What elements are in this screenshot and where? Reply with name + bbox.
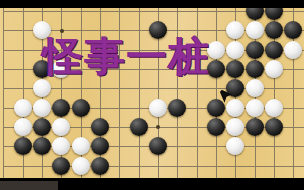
top-letterbox-bar	[0, 0, 304, 8]
grid-line-vertical	[216, 8, 217, 178]
black-stone[interactable]	[33, 137, 51, 155]
black-stone[interactable]	[207, 118, 225, 136]
white-stone[interactable]	[33, 99, 51, 117]
white-stone[interactable]	[246, 99, 264, 117]
white-stone[interactable]	[284, 41, 302, 59]
white-stone[interactable]	[14, 118, 32, 136]
black-stone[interactable]	[52, 99, 70, 117]
black-stone[interactable]	[52, 157, 70, 175]
white-stone[interactable]	[52, 137, 70, 155]
black-stone[interactable]	[226, 60, 244, 78]
black-stone[interactable]	[33, 118, 51, 136]
white-stone[interactable]	[226, 137, 244, 155]
black-stone[interactable]	[91, 157, 109, 175]
black-stone[interactable]	[149, 137, 167, 155]
bottom-letterbox-bar	[0, 178, 304, 190]
black-stone[interactable]	[207, 99, 225, 117]
white-stone[interactable]	[72, 137, 90, 155]
black-stone[interactable]	[246, 118, 264, 136]
white-stone[interactable]	[52, 118, 70, 136]
caption-text: 怪事一桩	[43, 33, 211, 79]
white-stone[interactable]	[226, 118, 244, 136]
go-board[interactable]	[0, 0, 304, 190]
white-stone[interactable]	[226, 99, 244, 117]
black-stone[interactable]	[168, 99, 186, 117]
star-point	[156, 125, 160, 129]
black-stone[interactable]	[130, 118, 148, 136]
black-stone[interactable]	[246, 41, 264, 59]
black-stone[interactable]	[91, 118, 109, 136]
white-stone[interactable]	[226, 41, 244, 59]
white-stone[interactable]	[246, 79, 264, 97]
white-stone[interactable]	[265, 99, 283, 117]
white-stone[interactable]	[72, 157, 90, 175]
black-stone[interactable]	[284, 21, 302, 39]
black-stone[interactable]	[265, 118, 283, 136]
black-stone[interactable]	[265, 21, 283, 39]
white-stone[interactable]	[246, 21, 264, 39]
white-stone[interactable]	[14, 99, 32, 117]
bottom-bar-segment	[0, 181, 58, 190]
white-stone[interactable]	[33, 79, 51, 97]
black-stone[interactable]	[91, 137, 109, 155]
black-stone[interactable]	[14, 137, 32, 155]
black-stone[interactable]	[72, 99, 90, 117]
video-frame: 怪事一桩	[0, 0, 304, 190]
grid-line-vertical	[3, 8, 4, 178]
black-stone[interactable]	[246, 60, 264, 78]
white-stone[interactable]	[265, 60, 283, 78]
white-stone[interactable]	[226, 21, 244, 39]
white-stone[interactable]	[149, 99, 167, 117]
black-stone[interactable]	[265, 41, 283, 59]
grid-line-horizontal	[3, 166, 304, 167]
